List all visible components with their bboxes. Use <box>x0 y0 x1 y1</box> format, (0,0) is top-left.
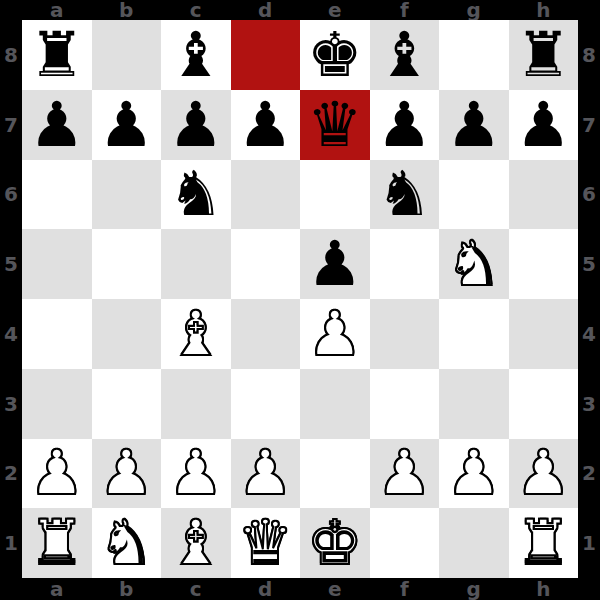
square-c6[interactable]: ♞ <box>161 160 231 230</box>
black-rook-h8[interactable]: ♜ <box>515 24 571 86</box>
square-e3[interactable] <box>300 369 370 439</box>
square-a3[interactable] <box>22 369 92 439</box>
square-b4[interactable] <box>92 299 162 369</box>
square-d4[interactable] <box>231 299 301 369</box>
file-labels-top: abcdefgh <box>22 0 578 20</box>
black-pawn-f7[interactable]: ♟ <box>376 94 432 156</box>
square-g4[interactable] <box>439 299 509 369</box>
board: ♜♝♚♝♜♟♟♟♟♛♟♟♟♞♞♟♞♝♟♟♟♟♟♟♟♟♜♞♝♛♚♜ <box>22 20 578 578</box>
square-f4[interactable] <box>370 299 440 369</box>
coord-rank-8: 8 <box>578 20 600 90</box>
coord-file-f: f <box>370 578 440 600</box>
coord-file-h: h <box>509 578 579 600</box>
white-bishop-c1[interactable]: ♝ <box>168 512 224 574</box>
coord-file-c: c <box>161 0 231 20</box>
coord-rank-6: 6 <box>578 160 600 230</box>
square-c1[interactable]: ♝ <box>161 508 231 578</box>
square-d3[interactable] <box>231 369 301 439</box>
white-rook-h1[interactable]: ♜ <box>515 512 571 574</box>
coord-rank-3: 3 <box>0 369 22 439</box>
square-f8[interactable]: ♝ <box>370 20 440 90</box>
black-pawn-g7[interactable]: ♟ <box>446 94 502 156</box>
square-e7[interactable]: ♛ <box>300 90 370 160</box>
square-a2[interactable]: ♟ <box>22 439 92 509</box>
square-d7[interactable]: ♟ <box>231 90 301 160</box>
white-knight-b1[interactable]: ♞ <box>98 512 154 574</box>
white-king-e1[interactable]: ♚ <box>307 512 363 574</box>
rank-labels-left: 87654321 <box>0 20 22 578</box>
black-pawn-a7[interactable]: ♟ <box>29 94 85 156</box>
square-h1[interactable]: ♜ <box>509 508 579 578</box>
chess-board-diagram: abcdefgh abcdefgh 87654321 87654321 ♜♝♚♝… <box>0 0 600 600</box>
square-b8[interactable] <box>92 20 162 90</box>
square-h6[interactable] <box>509 160 579 230</box>
coord-rank-5: 5 <box>578 229 600 299</box>
coord-file-d: d <box>231 0 301 20</box>
square-c4[interactable]: ♝ <box>161 299 231 369</box>
square-g6[interactable] <box>439 160 509 230</box>
square-d2[interactable]: ♟ <box>231 439 301 509</box>
square-g8[interactable] <box>439 20 509 90</box>
rank-labels-right: 87654321 <box>578 20 600 578</box>
coord-rank-7: 7 <box>0 90 22 160</box>
black-knight-f6[interactable]: ♞ <box>376 163 432 225</box>
coord-file-f: f <box>370 0 440 20</box>
square-a6[interactable] <box>22 160 92 230</box>
square-d6[interactable] <box>231 160 301 230</box>
square-e6[interactable] <box>300 160 370 230</box>
coord-file-h: h <box>509 0 579 20</box>
coord-rank-1: 1 <box>578 508 600 578</box>
file-labels-bottom: abcdefgh <box>22 578 578 600</box>
white-pawn-a2[interactable]: ♟ <box>29 442 85 504</box>
coord-file-c: c <box>161 578 231 600</box>
square-g7[interactable]: ♟ <box>439 90 509 160</box>
square-b7[interactable]: ♟ <box>92 90 162 160</box>
coord-rank-4: 4 <box>578 299 600 369</box>
square-g3[interactable] <box>439 369 509 439</box>
black-pawn-c7[interactable]: ♟ <box>168 94 224 156</box>
coord-rank-2: 2 <box>578 439 600 509</box>
white-pawn-d2[interactable]: ♟ <box>237 442 293 504</box>
black-pawn-b7[interactable]: ♟ <box>98 94 154 156</box>
square-a7[interactable]: ♟ <box>22 90 92 160</box>
black-pawn-d7[interactable]: ♟ <box>237 94 293 156</box>
black-queen-e7[interactable]: ♛ <box>307 94 363 156</box>
black-king-e8[interactable]: ♚ <box>307 24 363 86</box>
square-f3[interactable] <box>370 369 440 439</box>
square-h5[interactable] <box>509 229 579 299</box>
square-b5[interactable] <box>92 229 162 299</box>
black-pawn-h7[interactable]: ♟ <box>515 94 571 156</box>
square-c5[interactable] <box>161 229 231 299</box>
coord-file-a: a <box>22 0 92 20</box>
square-f2[interactable]: ♟ <box>370 439 440 509</box>
coord-file-a: a <box>22 578 92 600</box>
square-h8[interactable]: ♜ <box>509 20 579 90</box>
square-h4[interactable] <box>509 299 579 369</box>
white-knight-g5[interactable]: ♞ <box>446 233 502 295</box>
square-a8[interactable]: ♜ <box>22 20 92 90</box>
square-c3[interactable] <box>161 369 231 439</box>
square-a1[interactable]: ♜ <box>22 508 92 578</box>
coord-rank-6: 6 <box>0 160 22 230</box>
square-e8[interactable]: ♚ <box>300 20 370 90</box>
coord-file-g: g <box>439 0 509 20</box>
square-c2[interactable]: ♟ <box>161 439 231 509</box>
square-b3[interactable] <box>92 369 162 439</box>
white-bishop-c4[interactable]: ♝ <box>168 303 224 365</box>
square-e1[interactable]: ♚ <box>300 508 370 578</box>
white-pawn-c2[interactable]: ♟ <box>168 442 224 504</box>
coord-rank-4: 4 <box>0 299 22 369</box>
square-f6[interactable]: ♞ <box>370 160 440 230</box>
square-g1[interactable] <box>439 508 509 578</box>
white-rook-a1[interactable]: ♜ <box>29 512 85 574</box>
coord-file-e: e <box>300 578 370 600</box>
square-f5[interactable] <box>370 229 440 299</box>
black-knight-c6[interactable]: ♞ <box>168 163 224 225</box>
coord-file-d: d <box>231 578 301 600</box>
coord-file-e: e <box>300 0 370 20</box>
coord-file-b: b <box>92 0 162 20</box>
square-g5[interactable]: ♞ <box>439 229 509 299</box>
coord-rank-3: 3 <box>578 369 600 439</box>
square-e4[interactable]: ♟ <box>300 299 370 369</box>
square-f1[interactable] <box>370 508 440 578</box>
square-g2[interactable]: ♟ <box>439 439 509 509</box>
black-pawn-e5[interactable]: ♟ <box>307 233 363 295</box>
coord-file-b: b <box>92 578 162 600</box>
square-a5[interactable] <box>22 229 92 299</box>
black-rook-a8[interactable]: ♜ <box>29 24 85 86</box>
square-h7[interactable]: ♟ <box>509 90 579 160</box>
square-d5[interactable] <box>231 229 301 299</box>
square-b1[interactable]: ♞ <box>92 508 162 578</box>
square-b2[interactable]: ♟ <box>92 439 162 509</box>
black-bishop-f8[interactable]: ♝ <box>376 24 432 86</box>
white-queen-d1[interactable]: ♛ <box>237 512 293 574</box>
coord-rank-8: 8 <box>0 20 22 90</box>
square-c8[interactable]: ♝ <box>161 20 231 90</box>
square-e5[interactable]: ♟ <box>300 229 370 299</box>
white-pawn-g2[interactable]: ♟ <box>446 442 502 504</box>
coord-rank-1: 1 <box>0 508 22 578</box>
white-pawn-h2[interactable]: ♟ <box>515 442 571 504</box>
square-h2[interactable]: ♟ <box>509 439 579 509</box>
black-bishop-c8[interactable]: ♝ <box>168 24 224 86</box>
square-e2[interactable] <box>300 439 370 509</box>
white-pawn-b2[interactable]: ♟ <box>98 442 154 504</box>
white-pawn-f2[interactable]: ♟ <box>376 442 432 504</box>
coord-rank-5: 5 <box>0 229 22 299</box>
square-a4[interactable] <box>22 299 92 369</box>
coord-rank-2: 2 <box>0 439 22 509</box>
coord-rank-7: 7 <box>578 90 600 160</box>
white-pawn-e4[interactable]: ♟ <box>307 303 363 365</box>
square-d8[interactable] <box>231 20 301 90</box>
square-h3[interactable] <box>509 369 579 439</box>
square-c7[interactable]: ♟ <box>161 90 231 160</box>
coord-file-g: g <box>439 578 509 600</box>
square-d1[interactable]: ♛ <box>231 508 301 578</box>
square-f7[interactable]: ♟ <box>370 90 440 160</box>
square-b6[interactable] <box>92 160 162 230</box>
